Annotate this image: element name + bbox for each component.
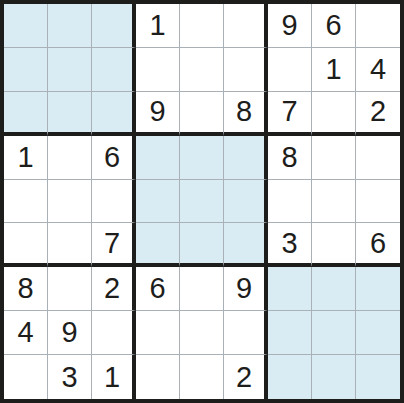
cell-r6c1[interactable] — [4, 223, 48, 267]
cell-r4c1[interactable]: 1 — [4, 136, 48, 180]
cell-r3c7[interactable]: 7 — [268, 92, 312, 136]
cell-r4c2[interactable] — [48, 136, 92, 180]
cell-r2c2[interactable] — [48, 48, 92, 92]
cell-r1c1[interactable] — [4, 4, 48, 48]
cell-r7c3[interactable]: 2 — [92, 267, 136, 311]
cell-r3c6[interactable]: 8 — [224, 92, 268, 136]
cell-r8c6[interactable] — [224, 311, 268, 355]
cell-r1c9[interactable] — [356, 4, 400, 48]
cell-r6c3[interactable]: 7 — [92, 223, 136, 267]
cell-r2c8[interactable]: 1 — [312, 48, 356, 92]
cell-r7c6[interactable]: 9 — [224, 267, 268, 311]
cell-r5c8[interactable] — [312, 180, 356, 224]
cell-r9c6[interactable]: 2 — [224, 355, 268, 399]
cell-r8c5[interactable] — [180, 311, 224, 355]
cell-r4c9[interactable] — [356, 136, 400, 180]
cell-r7c7[interactable] — [268, 267, 312, 311]
cell-r1c3[interactable] — [92, 4, 136, 48]
cell-r7c2[interactable] — [48, 267, 92, 311]
cell-r3c8[interactable] — [312, 92, 356, 136]
cell-r4c4[interactable] — [136, 136, 180, 180]
cell-r6c6[interactable] — [224, 223, 268, 267]
cell-r7c4[interactable]: 6 — [136, 267, 180, 311]
cell-r8c4[interactable] — [136, 311, 180, 355]
cell-r4c6[interactable] — [224, 136, 268, 180]
cell-r5c1[interactable] — [4, 180, 48, 224]
cell-r9c7[interactable] — [268, 355, 312, 399]
cell-r3c2[interactable] — [48, 92, 92, 136]
cell-r9c9[interactable] — [356, 355, 400, 399]
cell-r2c9[interactable]: 4 — [356, 48, 400, 92]
sudoku-board: 196149872168736826949312 — [0, 0, 404, 403]
cell-r4c7[interactable]: 8 — [268, 136, 312, 180]
cell-r8c8[interactable] — [312, 311, 356, 355]
cell-r9c5[interactable] — [180, 355, 224, 399]
cell-r1c5[interactable] — [180, 4, 224, 48]
cell-r1c6[interactable] — [224, 4, 268, 48]
cell-r8c1[interactable]: 4 — [4, 311, 48, 355]
cell-r2c1[interactable] — [4, 48, 48, 92]
cell-r2c6[interactable] — [224, 48, 268, 92]
cell-r2c5[interactable] — [180, 48, 224, 92]
cell-r3c5[interactable] — [180, 92, 224, 136]
cell-r5c6[interactable] — [224, 180, 268, 224]
cell-r9c2[interactable]: 3 — [48, 355, 92, 399]
cell-r6c2[interactable] — [48, 223, 92, 267]
cell-r1c2[interactable] — [48, 4, 92, 48]
cell-r5c4[interactable] — [136, 180, 180, 224]
cell-r6c7[interactable]: 3 — [268, 223, 312, 267]
cell-r5c5[interactable] — [180, 180, 224, 224]
cell-r4c5[interactable] — [180, 136, 224, 180]
cell-r2c3[interactable] — [92, 48, 136, 92]
cell-r7c5[interactable] — [180, 267, 224, 311]
cell-r9c4[interactable] — [136, 355, 180, 399]
cell-r3c3[interactable] — [92, 92, 136, 136]
cell-r9c1[interactable] — [4, 355, 48, 399]
cell-r2c7[interactable] — [268, 48, 312, 92]
cell-r5c9[interactable] — [356, 180, 400, 224]
cell-r4c8[interactable] — [312, 136, 356, 180]
cell-r2c4[interactable] — [136, 48, 180, 92]
cell-r4c3[interactable]: 6 — [92, 136, 136, 180]
cell-r7c8[interactable] — [312, 267, 356, 311]
cell-r3c1[interactable] — [4, 92, 48, 136]
cell-r3c9[interactable]: 2 — [356, 92, 400, 136]
cell-r7c9[interactable] — [356, 267, 400, 311]
cell-r6c9[interactable]: 6 — [356, 223, 400, 267]
cell-r3c4[interactable]: 9 — [136, 92, 180, 136]
cell-r7c1[interactable]: 8 — [4, 267, 48, 311]
cell-r5c2[interactable] — [48, 180, 92, 224]
cell-r9c3[interactable]: 1 — [92, 355, 136, 399]
cell-r6c4[interactable] — [136, 223, 180, 267]
cell-r8c9[interactable] — [356, 311, 400, 355]
cell-r8c7[interactable] — [268, 311, 312, 355]
cell-r6c5[interactable] — [180, 223, 224, 267]
cell-r5c7[interactable] — [268, 180, 312, 224]
cell-r9c8[interactable] — [312, 355, 356, 399]
cell-r1c8[interactable]: 6 — [312, 4, 356, 48]
cell-r8c2[interactable]: 9 — [48, 311, 92, 355]
cell-r6c8[interactable] — [312, 223, 356, 267]
cell-r1c7[interactable]: 9 — [268, 4, 312, 48]
cell-r8c3[interactable] — [92, 311, 136, 355]
cell-r1c4[interactable]: 1 — [136, 4, 180, 48]
cell-r5c3[interactable] — [92, 180, 136, 224]
